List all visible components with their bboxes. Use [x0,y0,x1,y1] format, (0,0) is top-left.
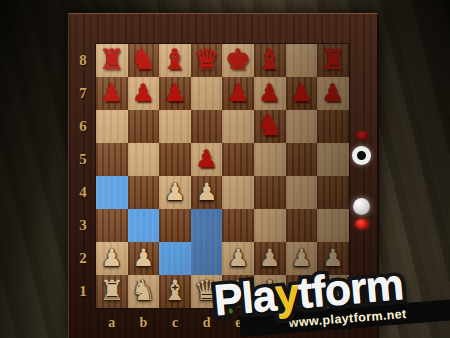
red-player-indicator-icon [356,131,369,140]
red-bishop: ♝ [162,46,187,76]
square-c3[interactable] [159,209,191,242]
turn-ring-icon [352,146,371,165]
square-h7[interactable]: ♟ [317,77,349,110]
square-b4[interactable] [128,176,160,209]
square-b7[interactable]: ♟ [128,77,160,110]
square-g4[interactable] [286,176,318,209]
white-pawn: ♟ [164,180,186,206]
file-label-a: a [96,313,128,333]
square-f8[interactable]: ♝ [254,44,286,77]
rank-label-8: 8 [72,44,94,77]
square-f3[interactable] [254,209,286,242]
red-pawn: ♟ [133,81,155,107]
square-d6[interactable] [191,110,223,143]
red-pawn: ♟ [259,81,281,107]
square-g8[interactable] [286,44,318,77]
square-b1[interactable]: ♞ [128,275,160,308]
white-pawn: ♟ [259,246,281,272]
square-h4[interactable] [317,176,349,209]
square-g7[interactable]: ♟ [286,77,318,110]
square-f4[interactable] [254,176,286,209]
rank-label-3: 3 [72,209,94,242]
square-e2[interactable]: ♟ [222,242,254,275]
square-h3[interactable] [317,209,349,242]
square-a6[interactable] [96,110,128,143]
square-d2[interactable] [191,242,223,275]
file-label-b: b [128,313,160,333]
white-knight: ♞ [131,277,156,307]
square-g3[interactable] [286,209,318,242]
rank-label-2: 2 [72,242,94,275]
square-g5[interactable] [286,143,318,176]
red-bishop: ♝ [257,46,282,76]
square-e7[interactable]: ♟ [222,77,254,110]
red-pawn: ♟ [227,81,249,107]
white-pawn: ♟ [101,246,123,272]
square-c6[interactable] [159,110,191,143]
square-f6[interactable]: ♞ [254,110,286,143]
square-b2[interactable]: ♟ [128,242,160,275]
red-pawn: ♟ [196,147,218,173]
square-a4[interactable] [96,176,128,209]
square-h6[interactable] [317,110,349,143]
white-pawn: ♟ [196,180,218,206]
square-d7[interactable] [191,77,223,110]
square-e6[interactable] [222,110,254,143]
rank-label-1: 1 [72,275,94,308]
square-h5[interactable] [317,143,349,176]
square-c4[interactable]: ♟ [159,176,191,209]
square-b8[interactable]: ♞ [128,44,160,77]
rank-label-6: 6 [72,110,94,143]
square-a7[interactable]: ♟ [96,77,128,110]
red-king: ♚ [226,46,251,76]
white-rook: ♜ [99,277,124,307]
square-a8[interactable]: ♜ [96,44,128,77]
rank-label-4: 4 [72,176,94,209]
square-a5[interactable] [96,143,128,176]
square-c5[interactable] [159,143,191,176]
red-knight: ♞ [131,46,156,76]
square-d4[interactable]: ♟ [191,176,223,209]
square-e5[interactable] [222,143,254,176]
square-b5[interactable] [128,143,160,176]
red-rook: ♜ [321,46,346,76]
square-a3[interactable] [96,209,128,242]
rank-label-5: 5 [72,143,94,176]
square-e8[interactable]: ♚ [222,44,254,77]
game-screen: 87654321 ♜♞♝♛♚♝♜♟♟♟♟♟♟♟♞♟♟♟♟♟♟♟♟♟♜♞♝♛♚♝♞… [0,0,450,338]
square-f5[interactable] [254,143,286,176]
square-f7[interactable]: ♟ [254,77,286,110]
red-queen: ♛ [194,46,219,76]
square-e4[interactable] [222,176,254,209]
square-d3[interactable] [191,209,223,242]
rank-label-7: 7 [72,77,94,110]
red-rook: ♜ [99,46,124,76]
square-d5[interactable]: ♟ [191,143,223,176]
square-g6[interactable] [286,110,318,143]
square-c8[interactable]: ♝ [159,44,191,77]
red-knight: ♞ [257,112,282,142]
square-a1[interactable]: ♜ [96,275,128,308]
rank-labels: 87654321 [72,44,94,308]
square-b3[interactable] [128,209,160,242]
red-pawn: ♟ [101,81,123,107]
square-b6[interactable] [128,110,160,143]
red-pawn: ♟ [322,81,344,107]
square-h8[interactable]: ♜ [317,44,349,77]
square-c7[interactable]: ♟ [159,77,191,110]
red-status-indicator-icon [355,219,369,229]
square-a2[interactable]: ♟ [96,242,128,275]
white-pawn: ♟ [133,246,155,272]
square-c2[interactable] [159,242,191,275]
white-bishop: ♝ [162,277,187,307]
red-pawn: ♟ [291,81,313,107]
white-player-indicator-icon [353,198,370,215]
square-e3[interactable] [222,209,254,242]
square-d8[interactable]: ♛ [191,44,223,77]
red-pawn: ♟ [164,81,186,107]
square-c1[interactable]: ♝ [159,275,191,308]
file-label-c: c [159,313,191,333]
white-pawn: ♟ [227,246,249,272]
